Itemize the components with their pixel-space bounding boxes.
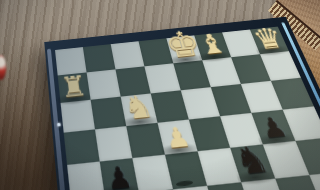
white-pawn[interactable]: ♟	[163, 125, 193, 153]
white-rook[interactable]: ♜	[60, 73, 89, 102]
square-h4[interactable]	[64, 129, 100, 165]
board-grid: ♚♝♛♜♞♟♟♟♞	[55, 27, 320, 190]
chess-board: ♚♝♛♜♞♟♟♟♞	[44, 17, 320, 190]
square-h5[interactable]	[67, 162, 105, 190]
photo-scene: ♚♝♛♜♞♟♟♟♞	[0, 0, 320, 190]
square-a1[interactable]: ♛	[250, 27, 289, 55]
square-h2[interactable]: ♜	[58, 72, 91, 103]
hinge-dot	[57, 123, 61, 127]
black-pawn[interactable]: ♟	[105, 164, 134, 190]
